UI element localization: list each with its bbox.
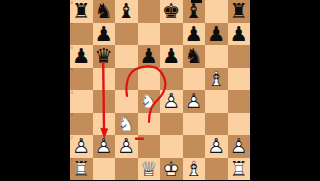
piece-black-pawn: ♟ [70,45,93,68]
piece-black-rook: ♜ [70,0,93,23]
letterbox-right [250,0,320,180]
piece-white-rook: ♜♖ [70,158,93,181]
rank-label-7: 7 [71,22,74,27]
square-h5[interactable] [228,68,251,91]
piece-black-bishop: ♝ [115,0,138,23]
piece-black-king: ♚ [160,0,183,23]
piece-white-pawn: ♟♙ [183,90,206,113]
piece-white-knight: ♞♘ [115,113,138,136]
square-a4[interactable]: 4 [70,90,93,113]
rank-label-4: 4 [71,90,74,95]
piece-black-pawn: ♟ [160,45,183,68]
piece-black-pawn: ♟ [183,23,206,46]
square-b2[interactable]: ♟♙ [93,135,116,158]
square-c3[interactable]: ♞♘ [115,113,138,136]
square-f3[interactable] [183,113,206,136]
square-e3[interactable] [160,113,183,136]
square-a6[interactable]: 6♟ [70,45,93,68]
square-a5[interactable]: 5 [70,68,93,91]
square-g6[interactable] [205,45,228,68]
square-h1[interactable]: ♜♖ [228,158,251,181]
square-g1[interactable] [205,158,228,181]
square-f7[interactable]: ♟ [183,23,206,46]
square-c6[interactable] [115,45,138,68]
square-g4[interactable] [205,90,228,113]
piece-black-queen: ♛ [93,45,116,68]
square-d3[interactable] [138,113,161,136]
piece-white-pawn: ♟♙ [160,90,183,113]
square-e4[interactable]: ♟♙ [160,90,183,113]
square-d2[interactable] [138,135,161,158]
square-e7[interactable] [160,23,183,46]
square-h2[interactable]: ♟♙ [228,135,251,158]
square-e5[interactable] [160,68,183,91]
square-f8[interactable]: ♝ [183,0,206,23]
video-artifact [191,0,202,3]
square-g3[interactable] [205,113,228,136]
square-f1[interactable]: ♝♗ [183,158,206,181]
piece-white-king: ♚♔ [160,158,183,181]
video-frame: 8♜♞♝♚♝♜7♟♟♟♟6♟♛♟♟♞5♝♗4♞♘♟♙♟♙3♞♘2♟♙♟♙♟♙♟♙… [0,0,320,180]
piece-white-bishop: ♝♗ [183,158,206,181]
square-d5[interactable] [138,68,161,91]
piece-white-pawn: ♟♙ [115,135,138,158]
square-f6[interactable]: ♞ [183,45,206,68]
rank-label-3: 3 [71,112,74,117]
piece-white-pawn: ♟♙ [70,135,93,158]
square-c2[interactable]: ♟♙ [115,135,138,158]
square-g5[interactable]: ♝♗ [205,68,228,91]
square-f2[interactable] [183,135,206,158]
square-f5[interactable] [183,68,206,91]
piece-white-rook: ♜♖ [228,158,251,181]
piece-white-pawn: ♟♙ [205,135,228,158]
square-g8[interactable] [205,0,228,23]
square-d7[interactable] [138,23,161,46]
piece-black-rook: ♜ [228,0,251,23]
square-e8[interactable]: ♚ [160,0,183,23]
square-b7[interactable]: ♟ [93,23,116,46]
square-b4[interactable] [93,90,116,113]
square-a8[interactable]: 8♜ [70,0,93,23]
square-d4[interactable]: ♞♘ [138,90,161,113]
piece-black-pawn: ♟ [138,45,161,68]
piece-black-knight: ♞ [183,45,206,68]
square-c1[interactable] [115,158,138,181]
square-b8[interactable]: ♞ [93,0,116,23]
square-e1[interactable]: ♚♔ [160,158,183,181]
square-g2[interactable]: ♟♙ [205,135,228,158]
piece-black-pawn: ♟ [205,23,228,46]
square-h6[interactable] [228,45,251,68]
piece-white-knight: ♞♘ [138,90,161,113]
square-a3[interactable]: 3 [70,113,93,136]
square-d8[interactable] [138,0,161,23]
square-a7[interactable]: 7 [70,23,93,46]
square-h7[interactable]: ♟ [228,23,251,46]
piece-black-knight: ♞ [93,0,116,23]
square-h3[interactable] [228,113,251,136]
piece-black-pawn: ♟ [93,23,116,46]
piece-black-bishop: ♝ [183,0,206,23]
square-c4[interactable] [115,90,138,113]
square-e6[interactable]: ♟ [160,45,183,68]
square-f4[interactable]: ♟♙ [183,90,206,113]
square-h4[interactable] [228,90,251,113]
piece-white-pawn: ♟♙ [228,135,251,158]
letterbox-left [0,0,70,180]
square-b1[interactable] [93,158,116,181]
piece-white-pawn: ♟♙ [93,135,116,158]
square-h8[interactable]: ♜ [228,0,251,23]
square-c5[interactable] [115,68,138,91]
square-b5[interactable] [93,68,116,91]
square-d6[interactable]: ♟ [138,45,161,68]
square-b6[interactable]: ♛ [93,45,116,68]
chess-board: 8♜♞♝♚♝♜7♟♟♟♟6♟♛♟♟♞5♝♗4♞♘♟♙♟♙3♞♘2♟♙♟♙♟♙♟♙… [70,0,250,180]
square-a1[interactable]: 1♜♖ [70,158,93,181]
piece-black-pawn: ♟ [228,23,251,46]
square-c8[interactable]: ♝ [115,0,138,23]
piece-white-bishop: ♝♗ [205,68,228,91]
piece-white-queen: ♛♕ [138,158,161,181]
square-a2[interactable]: 2♟♙ [70,135,93,158]
square-e2[interactable] [160,135,183,158]
square-d1[interactable]: ♛♕ [138,158,161,181]
rank-label-5: 5 [71,67,74,72]
square-g7[interactable]: ♟ [205,23,228,46]
square-b3[interactable] [93,113,116,136]
square-c7[interactable] [115,23,138,46]
